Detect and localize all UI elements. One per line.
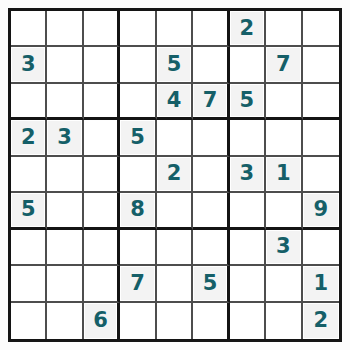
cell-r4c7[interactable] [230,120,266,156]
cell-r2c8[interactable]: 7 [266,47,302,83]
cell-r5c3[interactable] [84,157,120,193]
cell-r6c1[interactable]: 5 [11,193,47,229]
cell-r4c9[interactable] [303,120,339,156]
cell-r7c6[interactable] [193,230,229,266]
cell-r4c3[interactable] [84,120,120,156]
cell-r2c1[interactable]: 3 [11,47,47,83]
cell-r8c5[interactable] [157,266,193,302]
cell-r7c3[interactable] [84,230,120,266]
cell-r4c6[interactable] [193,120,229,156]
cell-r6c8[interactable] [266,193,302,229]
cell-r6c3[interactable] [84,193,120,229]
cell-r3c5[interactable]: 4 [157,84,193,120]
page: 2357475235231589375162 [0,0,350,350]
cell-r4c1[interactable]: 2 [11,120,47,156]
cell-r6c4[interactable]: 8 [120,193,156,229]
cell-r9c8[interactable] [266,303,302,339]
cell-r3c2[interactable] [47,84,83,120]
cell-r5c5[interactable]: 2 [157,157,193,193]
cell-r4c8[interactable] [266,120,302,156]
cell-r3c7[interactable]: 5 [230,84,266,120]
cell-r1c3[interactable] [84,11,120,47]
cell-r8c9[interactable]: 1 [303,266,339,302]
cell-r1c4[interactable] [120,11,156,47]
cell-r6c7[interactable] [230,193,266,229]
cell-r3c4[interactable] [120,84,156,120]
cell-r5c9[interactable] [303,157,339,193]
cell-r2c4[interactable] [120,47,156,83]
cell-r2c6[interactable] [193,47,229,83]
cell-r1c9[interactable] [303,11,339,47]
cell-r3c9[interactable] [303,84,339,120]
cell-r9c7[interactable] [230,303,266,339]
cell-r2c7[interactable] [230,47,266,83]
cell-r9c5[interactable] [157,303,193,339]
cell-r3c3[interactable] [84,84,120,120]
cell-r7c5[interactable] [157,230,193,266]
cell-r7c8[interactable]: 3 [266,230,302,266]
cell-r7c9[interactable] [303,230,339,266]
cell-r8c2[interactable] [47,266,83,302]
cell-r1c8[interactable] [266,11,302,47]
cell-r2c3[interactable] [84,47,120,83]
cell-r8c1[interactable] [11,266,47,302]
cell-r2c9[interactable] [303,47,339,83]
cell-r9c4[interactable] [120,303,156,339]
cell-r1c1[interactable] [11,11,47,47]
cell-r4c2[interactable]: 3 [47,120,83,156]
cell-r8c6[interactable]: 5 [193,266,229,302]
cell-r1c6[interactable] [193,11,229,47]
cell-r9c9[interactable]: 2 [303,303,339,339]
cell-r9c1[interactable] [11,303,47,339]
cell-r2c2[interactable] [47,47,83,83]
cell-r8c8[interactable] [266,266,302,302]
cell-r5c7[interactable]: 3 [230,157,266,193]
cell-r2c5[interactable]: 5 [157,47,193,83]
cell-r8c4[interactable]: 7 [120,266,156,302]
cell-r9c3[interactable]: 6 [84,303,120,339]
cell-r3c6[interactable]: 7 [193,84,229,120]
cell-r5c4[interactable] [120,157,156,193]
cell-r3c8[interactable] [266,84,302,120]
cell-r3c1[interactable] [11,84,47,120]
cell-r4c5[interactable] [157,120,193,156]
cell-r9c2[interactable] [47,303,83,339]
cell-r5c6[interactable] [193,157,229,193]
cell-r6c2[interactable] [47,193,83,229]
cell-r9c6[interactable] [193,303,229,339]
cell-r5c1[interactable] [11,157,47,193]
cell-r1c7[interactable]: 2 [230,11,266,47]
cell-r1c2[interactable] [47,11,83,47]
sudoku-board: 2357475235231589375162 [8,8,342,342]
cell-r7c2[interactable] [47,230,83,266]
cell-r4c4[interactable]: 5 [120,120,156,156]
cell-r7c7[interactable] [230,230,266,266]
cell-r5c2[interactable] [47,157,83,193]
cell-r6c5[interactable] [157,193,193,229]
cell-r5c8[interactable]: 1 [266,157,302,193]
cell-r7c4[interactable] [120,230,156,266]
cell-r7c1[interactable] [11,230,47,266]
cell-r8c3[interactable] [84,266,120,302]
cell-r1c5[interactable] [157,11,193,47]
cell-r6c6[interactable] [193,193,229,229]
cell-r6c9[interactable]: 9 [303,193,339,229]
cell-r8c7[interactable] [230,266,266,302]
